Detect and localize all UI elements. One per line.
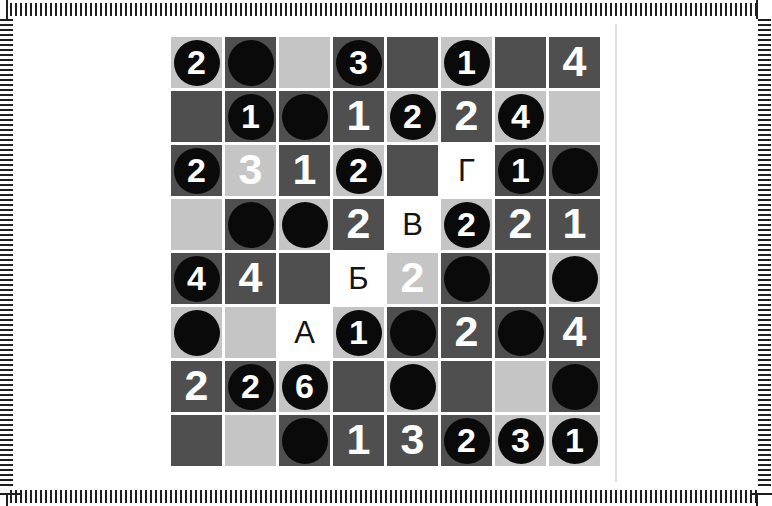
disc-number: 6 — [295, 369, 314, 405]
cell-r5c6[interactable] — [441, 253, 492, 304]
cell-r7c2[interactable]: 2 — [225, 361, 276, 412]
cell-r3c1[interactable]: 2 — [171, 145, 222, 196]
cell-number: 1 — [293, 148, 317, 194]
cell-r4c4[interactable]: 2 — [333, 199, 384, 250]
cell-r6c6[interactable]: 2 — [441, 307, 492, 358]
cell-r4c6[interactable]: 2 — [441, 199, 492, 250]
black-disc: 4 — [498, 94, 544, 140]
page-fold-line — [615, 24, 617, 482]
cell-r1c4[interactable]: 3 — [333, 37, 384, 88]
black-disc: 2 — [336, 148, 382, 194]
cell-r8c3[interactable] — [279, 415, 330, 466]
answer-letter: В — [402, 209, 423, 240]
cell-r5c7[interactable] — [495, 253, 546, 304]
black-disc: 1 — [498, 148, 544, 194]
cell-number: 2 — [401, 256, 425, 302]
cell-r5c8[interactable] — [549, 253, 600, 304]
cell-r7c6[interactable] — [441, 361, 492, 412]
cell-r1c6[interactable]: 1 — [441, 37, 492, 88]
frame-tick-border-right — [758, 19, 771, 487]
black-disc — [552, 148, 598, 194]
disc-number: 2 — [187, 153, 206, 189]
black-disc: 3 — [336, 40, 382, 86]
disc-number: 2 — [187, 45, 206, 81]
black-disc — [390, 364, 436, 410]
cell-number: 2 — [455, 310, 479, 356]
cell-r7c3[interactable]: 6 — [279, 361, 330, 412]
frame-corner-mark-bottom-right — [750, 493, 772, 495]
cell-number: 4 — [239, 256, 263, 302]
black-disc: 3 — [498, 418, 544, 464]
black-disc — [282, 94, 328, 140]
disc-number: 1 — [511, 153, 530, 189]
puzzle-page: 2314112242312Г12В22144Б2А12422613231 — [0, 0, 772, 506]
black-disc: 1 — [336, 310, 382, 356]
cell-r4c7[interactable]: 2 — [495, 199, 546, 250]
cell-r4c8[interactable]: 1 — [549, 199, 600, 250]
cell-r2c4[interactable]: 1 — [333, 91, 384, 142]
frame-tick-border-top — [10, 3, 758, 16]
disc-number: 1 — [565, 423, 584, 459]
cell-r6c3[interactable]: А — [279, 307, 330, 358]
frame-tick-border-left — [0, 19, 13, 487]
cell-r6c8[interactable]: 4 — [549, 307, 600, 358]
disc-number: 2 — [457, 423, 476, 459]
cell-r5c1[interactable]: 4 — [171, 253, 222, 304]
black-disc — [228, 202, 274, 248]
cell-number: 4 — [563, 40, 587, 86]
cell-r2c6[interactable]: 2 — [441, 91, 492, 142]
disc-number: 1 — [241, 99, 260, 135]
black-disc: 2 — [444, 202, 490, 248]
cell-number: 3 — [239, 148, 263, 194]
black-disc — [552, 364, 598, 410]
frame-corner-mark-bottom-left — [0, 493, 22, 495]
cell-r4c2[interactable] — [225, 199, 276, 250]
black-disc: 2 — [174, 40, 220, 86]
black-disc — [228, 40, 274, 86]
cell-r8c7[interactable]: 3 — [495, 415, 546, 466]
disc-number: 2 — [241, 369, 260, 405]
cell-r2c3[interactable] — [279, 91, 330, 142]
cell-r3c7[interactable]: 1 — [495, 145, 546, 196]
cell-r2c2[interactable]: 1 — [225, 91, 276, 142]
cell-r7c7[interactable] — [495, 361, 546, 412]
cell-r2c7[interactable]: 4 — [495, 91, 546, 142]
cell-r4c5[interactable]: В — [387, 199, 438, 250]
black-disc: 1 — [444, 40, 490, 86]
disc-number: 3 — [349, 45, 368, 81]
cell-r1c1[interactable]: 2 — [171, 37, 222, 88]
cell-r8c8[interactable]: 1 — [549, 415, 600, 466]
frame-corner-mark-top-right — [756, 0, 758, 19]
answer-letter: А — [294, 317, 315, 348]
black-disc: 2 — [228, 364, 274, 410]
disc-number: 1 — [349, 315, 368, 351]
cell-r8c1[interactable] — [171, 415, 222, 466]
cell-number: 1 — [563, 202, 587, 248]
cell-r5c5[interactable]: 2 — [387, 253, 438, 304]
disc-number: 1 — [457, 45, 476, 81]
answer-letter: Г — [458, 155, 475, 186]
black-disc: 4 — [174, 256, 220, 302]
cell-r3c4[interactable]: 2 — [333, 145, 384, 196]
cell-r2c5[interactable]: 2 — [387, 91, 438, 142]
cell-r3c3[interactable]: 1 — [279, 145, 330, 196]
cell-r6c5[interactable] — [387, 307, 438, 358]
black-disc — [498, 310, 544, 356]
black-disc — [282, 418, 328, 464]
cell-r2c8[interactable] — [549, 91, 600, 142]
frame-corner-mark-bottom-right-stub — [756, 495, 758, 506]
cell-r6c7[interactable] — [495, 307, 546, 358]
black-disc: 2 — [174, 148, 220, 194]
black-disc: 1 — [228, 94, 274, 140]
black-disc: 1 — [552, 418, 598, 464]
black-disc: 2 — [444, 418, 490, 464]
frame-corner-mark-bottom-left-stub — [6, 495, 8, 506]
cell-r5c4[interactable]: Б — [333, 253, 384, 304]
black-disc — [282, 202, 328, 248]
cell-number: 2 — [455, 94, 479, 140]
cell-r7c1[interactable]: 2 — [171, 361, 222, 412]
disc-number: 4 — [187, 261, 206, 297]
cell-r3c6[interactable]: Г — [441, 145, 492, 196]
cell-number: 4 — [563, 310, 587, 356]
cell-r3c5[interactable] — [387, 145, 438, 196]
cell-r8c5[interactable]: 3 — [387, 415, 438, 466]
disc-number: 2 — [457, 207, 476, 243]
cell-r1c5[interactable] — [387, 37, 438, 88]
black-disc — [174, 310, 220, 356]
cell-r6c2[interactable] — [225, 307, 276, 358]
black-disc: 6 — [282, 364, 328, 410]
cell-r7c5[interactable] — [387, 361, 438, 412]
cell-r3c8[interactable] — [549, 145, 600, 196]
cell-r8c2[interactable] — [225, 415, 276, 466]
cell-r4c1[interactable] — [171, 199, 222, 250]
cell-r8c4[interactable]: 1 — [333, 415, 384, 466]
black-disc — [552, 256, 598, 302]
black-disc: 2 — [390, 94, 436, 140]
cell-r6c4[interactable]: 1 — [333, 307, 384, 358]
cell-number: 2 — [185, 364, 209, 410]
answer-letter: Б — [348, 263, 368, 294]
cell-r7c4[interactable] — [333, 361, 384, 412]
cell-r1c2[interactable] — [225, 37, 276, 88]
cell-r8c6[interactable]: 2 — [441, 415, 492, 466]
cell-r3c2[interactable]: 3 — [225, 145, 276, 196]
cell-number: 2 — [347, 202, 371, 248]
cell-r2c1[interactable] — [171, 91, 222, 142]
cell-r4c3[interactable] — [279, 199, 330, 250]
cell-r1c3[interactable] — [279, 37, 330, 88]
cell-number: 1 — [347, 418, 371, 464]
cell-number: 3 — [401, 418, 425, 464]
cell-number: 1 — [347, 94, 371, 140]
cell-r7c8[interactable] — [549, 361, 600, 412]
cell-r5c3[interactable] — [279, 253, 330, 304]
black-disc — [444, 256, 490, 302]
disc-number: 3 — [511, 423, 530, 459]
disc-number: 2 — [349, 153, 368, 189]
cell-r1c8[interactable]: 4 — [549, 37, 600, 88]
cell-r6c1[interactable] — [171, 307, 222, 358]
disc-number: 4 — [511, 99, 530, 135]
disc-number: 2 — [403, 99, 422, 135]
frame-corner-mark-top-left — [6, 0, 8, 19]
cell-r1c7[interactable] — [495, 37, 546, 88]
cell-number: 2 — [509, 202, 533, 248]
puzzle-board: 2314112242312Г12В22144Б2А12422613231 — [171, 37, 600, 466]
cell-r5c2[interactable]: 4 — [225, 253, 276, 304]
black-disc — [390, 310, 436, 356]
frame-tick-border-bottom — [10, 490, 758, 503]
